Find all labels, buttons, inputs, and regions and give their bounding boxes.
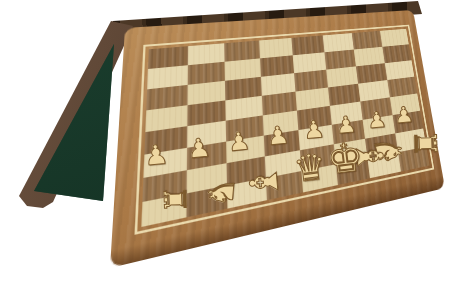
chess-set-photo: ♟♟♟♟♟♟♟♟♜♞♝♛♚♝♞♜ [0,0,450,281]
chess-board [110,10,445,268]
